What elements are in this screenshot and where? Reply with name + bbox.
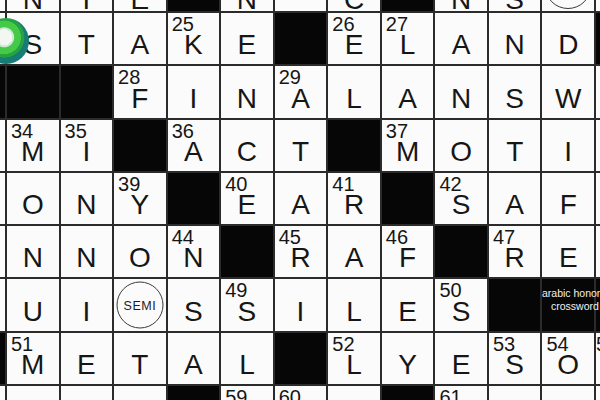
black-cell bbox=[275, 13, 329, 66]
cell-r5c2[interactable]: N bbox=[61, 226, 115, 279]
cell-r3c0[interactable] bbox=[0, 120, 7, 173]
cell-r8c12[interactable] bbox=[596, 386, 600, 400]
cell-r3c1[interactable]: 34M bbox=[7, 120, 61, 173]
cell-r1c5[interactable]: E bbox=[221, 13, 275, 66]
cell-r6c4[interactable]: S bbox=[168, 279, 222, 332]
letter: A bbox=[489, 191, 541, 219]
letter: T bbox=[489, 138, 541, 166]
letter: S bbox=[168, 298, 220, 326]
letter: A bbox=[435, 31, 487, 59]
letter: T bbox=[114, 351, 166, 379]
cell-r7c4[interactable]: A bbox=[168, 333, 222, 386]
letter: E bbox=[221, 191, 273, 219]
cell-r0c5[interactable]: N bbox=[221, 0, 275, 13]
clue-number: 60 bbox=[279, 387, 301, 400]
cell-r2c12[interactable] bbox=[596, 66, 600, 119]
letter: O bbox=[114, 244, 166, 272]
cell-r7c12[interactable]: 55 bbox=[596, 333, 600, 386]
cell-r5c10[interactable]: 47R bbox=[489, 226, 543, 279]
rebus-text: SEMI bbox=[124, 298, 157, 312]
cell-r4c12[interactable] bbox=[596, 173, 600, 226]
letter: N bbox=[435, 0, 487, 13]
letter: A bbox=[275, 191, 327, 219]
black-cell bbox=[596, 13, 600, 66]
cell-r5c1[interactable]: N bbox=[7, 226, 61, 279]
cell-r6c2[interactable]: I bbox=[61, 279, 115, 332]
letter: I bbox=[168, 85, 220, 113]
cell-r2c9[interactable]: N bbox=[435, 66, 489, 119]
black-cell bbox=[168, 0, 222, 13]
letter: I bbox=[61, 138, 113, 166]
watermark-line-2: crossword bbox=[551, 300, 599, 312]
black-cell bbox=[61, 66, 115, 119]
cell-r3c9[interactable]: O bbox=[435, 120, 489, 173]
letter: E bbox=[382, 298, 434, 326]
letter: N bbox=[7, 244, 59, 272]
black-cell bbox=[382, 386, 436, 400]
cell-r5c7[interactable]: A bbox=[328, 226, 382, 279]
cell-r8c7[interactable] bbox=[328, 386, 382, 400]
cell-r3c6[interactable]: T bbox=[275, 120, 329, 173]
letter: I bbox=[542, 138, 594, 166]
cell-r4c10[interactable]: A bbox=[489, 173, 543, 226]
cell-r8c9[interactable]: 61 bbox=[435, 386, 489, 400]
cell-r1c2[interactable]: T bbox=[61, 13, 115, 66]
cell-r2c10[interactable]: S bbox=[489, 66, 543, 119]
black-cell bbox=[114, 120, 168, 173]
black-cell bbox=[328, 120, 382, 173]
letter: I bbox=[275, 298, 327, 326]
cell-r6c5[interactable]: 49S bbox=[221, 279, 275, 332]
cell-r5c11[interactable]: E bbox=[542, 226, 596, 279]
cell-r0c0[interactable] bbox=[0, 0, 7, 13]
cell-r4c1[interactable]: O bbox=[7, 173, 61, 226]
letter: T bbox=[61, 0, 113, 13]
letter: R bbox=[489, 244, 541, 272]
cell-r7c8[interactable]: Y bbox=[382, 333, 436, 386]
cell-r0c9[interactable]: N bbox=[435, 0, 489, 13]
letter: T bbox=[61, 31, 113, 59]
letter: L bbox=[382, 31, 434, 59]
cell-r7c1[interactable]: 51M bbox=[7, 333, 61, 386]
letter: L bbox=[221, 351, 273, 379]
black-cell bbox=[0, 66, 7, 119]
letter: S bbox=[221, 298, 273, 326]
letter: E bbox=[114, 0, 166, 13]
cell-r7c2[interactable]: E bbox=[61, 333, 115, 386]
cell-r5c8[interactable]: 46F bbox=[382, 226, 436, 279]
letter: S bbox=[435, 191, 487, 219]
black-cell bbox=[7, 66, 61, 119]
letter: L bbox=[328, 85, 380, 113]
cell-r1c9[interactable]: A bbox=[435, 13, 489, 66]
black-cell bbox=[435, 226, 489, 279]
cell-r0c11[interactable] bbox=[542, 0, 596, 13]
letter: U bbox=[7, 298, 59, 326]
cell-r2c7[interactable]: L bbox=[328, 66, 382, 119]
letter: E bbox=[542, 244, 594, 272]
clue-number: 55 bbox=[596, 334, 600, 355]
letter: A bbox=[328, 244, 380, 272]
letter: N bbox=[489, 31, 541, 59]
clue-number: 59 bbox=[225, 387, 247, 400]
cell-r4c0[interactable] bbox=[0, 173, 7, 226]
letter: N bbox=[61, 191, 113, 219]
letter: F bbox=[114, 85, 166, 113]
letter: O bbox=[542, 351, 594, 379]
letter: L bbox=[328, 298, 380, 326]
letter: E bbox=[61, 351, 113, 379]
letter: W bbox=[542, 85, 594, 113]
cell-r6c9[interactable]: 50S bbox=[435, 279, 489, 332]
cell-r4c5[interactable]: 40E bbox=[221, 173, 275, 226]
cell-r1c7[interactable]: 26E bbox=[328, 13, 382, 66]
cell-r7c11[interactable]: 54O bbox=[542, 333, 596, 386]
cell-r7c10[interactable]: 53S bbox=[489, 333, 543, 386]
cell-r3c2[interactable]: 35I bbox=[61, 120, 115, 173]
black-cell bbox=[168, 386, 222, 400]
cell-r3c11[interactable]: I bbox=[542, 120, 596, 173]
cell-r0c6[interactable] bbox=[275, 0, 329, 13]
cell-r6c6[interactable]: I bbox=[275, 279, 329, 332]
cell-r6c7[interactable]: L bbox=[328, 279, 382, 332]
letter: S bbox=[435, 298, 487, 326]
watermark-line-1: arabic honorific bbox=[542, 287, 600, 299]
letter: Y bbox=[114, 191, 166, 219]
letter: R bbox=[275, 244, 327, 272]
cell-r1c11[interactable]: D bbox=[542, 13, 596, 66]
letter: O bbox=[7, 191, 59, 219]
cell-r3c10[interactable]: T bbox=[489, 120, 543, 173]
letter: D bbox=[542, 31, 594, 59]
cell-r7c3[interactable]: T bbox=[114, 333, 168, 386]
cell-r8c6[interactable]: 60 bbox=[275, 386, 329, 400]
letter: F bbox=[542, 191, 594, 219]
black-cell bbox=[275, 333, 329, 386]
black-cell bbox=[489, 279, 543, 332]
letter: R bbox=[328, 191, 380, 219]
letter: N bbox=[61, 244, 113, 272]
cell-r3c12[interactable] bbox=[596, 120, 600, 173]
cell-r6c8[interactable]: E bbox=[382, 279, 436, 332]
letter: L bbox=[328, 351, 380, 379]
letter: I bbox=[61, 298, 113, 326]
cell-r7c9[interactable]: E bbox=[435, 333, 489, 386]
letter: E bbox=[328, 31, 380, 59]
letter: M bbox=[382, 138, 434, 166]
letter: A bbox=[275, 85, 327, 113]
cell-r0c12[interactable] bbox=[596, 0, 600, 13]
letter: S bbox=[489, 0, 541, 13]
cell-r0c10[interactable]: S bbox=[489, 0, 543, 13]
cell-r3c4[interactable]: 36A bbox=[168, 120, 222, 173]
letter: C bbox=[328, 0, 380, 13]
cell-r5c0[interactable] bbox=[0, 226, 7, 279]
circled-cell-ring bbox=[545, 0, 592, 9]
letter: Y bbox=[382, 351, 434, 379]
cell-r1c3[interactable]: A bbox=[114, 13, 168, 66]
cell-r5c3[interactable]: O bbox=[114, 226, 168, 279]
cell-r5c4[interactable]: 44N bbox=[168, 226, 222, 279]
letter: A bbox=[168, 138, 220, 166]
cell-r3c8[interactable]: 37M bbox=[382, 120, 436, 173]
letter: A bbox=[382, 85, 434, 113]
letter: A bbox=[114, 31, 166, 59]
cell-r5c6[interactable]: 45R bbox=[275, 226, 329, 279]
cell-r8c11[interactable] bbox=[542, 386, 596, 400]
letter: N bbox=[435, 85, 487, 113]
letter: A bbox=[168, 351, 220, 379]
black-cell bbox=[168, 173, 222, 226]
crossword-board: NTENCNSSTA25KE26E27LAND28FIN29ALANSW34M3… bbox=[0, 0, 600, 400]
cell-r1c10[interactable]: N bbox=[489, 13, 543, 66]
cell-r0c1[interactable]: N bbox=[7, 0, 61, 13]
cell-r0c2[interactable]: T bbox=[61, 0, 115, 13]
cell-r3c5[interactable]: C bbox=[221, 120, 275, 173]
cell-r0c7[interactable]: C bbox=[328, 0, 382, 13]
cell-r2c4[interactable]: I bbox=[168, 66, 222, 119]
cell-r6c1[interactable]: U bbox=[7, 279, 61, 332]
cell-r7c5[interactable]: L bbox=[221, 333, 275, 386]
letter: C bbox=[221, 138, 273, 166]
letter: N bbox=[221, 0, 273, 13]
cell-r8c3[interactable] bbox=[114, 386, 168, 400]
cell-r2c3[interactable]: 28F bbox=[114, 66, 168, 119]
letter: F bbox=[382, 244, 434, 272]
letter: N bbox=[7, 0, 59, 13]
black-cell bbox=[382, 173, 436, 226]
cell-r2c5[interactable]: N bbox=[221, 66, 275, 119]
letter: S bbox=[489, 351, 541, 379]
cell-r8c10[interactable] bbox=[489, 386, 543, 400]
letter: O bbox=[435, 138, 487, 166]
cell-r4c2[interactable]: N bbox=[61, 173, 115, 226]
letter: T bbox=[275, 138, 327, 166]
clue-number: 61 bbox=[439, 387, 461, 400]
cell-r1c4[interactable]: 25K bbox=[168, 13, 222, 66]
cell-r6c3[interactable]: SEMI bbox=[114, 279, 168, 332]
cell-r8c2[interactable] bbox=[61, 386, 115, 400]
letter: E bbox=[435, 351, 487, 379]
letter: K bbox=[168, 31, 220, 59]
cell-r4c11[interactable]: F bbox=[542, 173, 596, 226]
cell-r2c11[interactable]: W bbox=[542, 66, 596, 119]
black-cell bbox=[382, 0, 436, 13]
cell-r8c5[interactable]: 59 bbox=[221, 386, 275, 400]
letter: N bbox=[168, 244, 220, 272]
cell-r4c3[interactable]: 39Y bbox=[114, 173, 168, 226]
cell-r1c8[interactable]: 27L bbox=[382, 13, 436, 66]
cell-r4c6[interactable]: A bbox=[275, 173, 329, 226]
cell-r4c9[interactable]: 42S bbox=[435, 173, 489, 226]
letter: N bbox=[221, 85, 273, 113]
cell-r6c0[interactable] bbox=[0, 279, 7, 332]
black-cell bbox=[221, 226, 275, 279]
cell-r2c8[interactable]: A bbox=[382, 66, 436, 119]
cell-r4c7[interactable]: 41R bbox=[328, 173, 382, 226]
letter: M bbox=[7, 138, 59, 166]
cell-r7c7[interactable]: 52L bbox=[328, 333, 382, 386]
cell-r8c1[interactable] bbox=[7, 386, 61, 400]
letter: M bbox=[7, 351, 59, 379]
cell-r8c0[interactable] bbox=[0, 386, 7, 400]
black-cell bbox=[0, 333, 7, 386]
cell-r0c3[interactable]: E bbox=[114, 0, 168, 13]
cell-r5c12[interactable] bbox=[596, 226, 600, 279]
letter: S bbox=[489, 85, 541, 113]
letter: E bbox=[221, 31, 273, 59]
crossword-grid: NTENCNSSTA25KE26E27LAND28FIN29ALANSW34M3… bbox=[0, 0, 600, 400]
circled-cell-ring: SEMI bbox=[116, 282, 163, 329]
cell-r2c6[interactable]: 29A bbox=[275, 66, 329, 119]
